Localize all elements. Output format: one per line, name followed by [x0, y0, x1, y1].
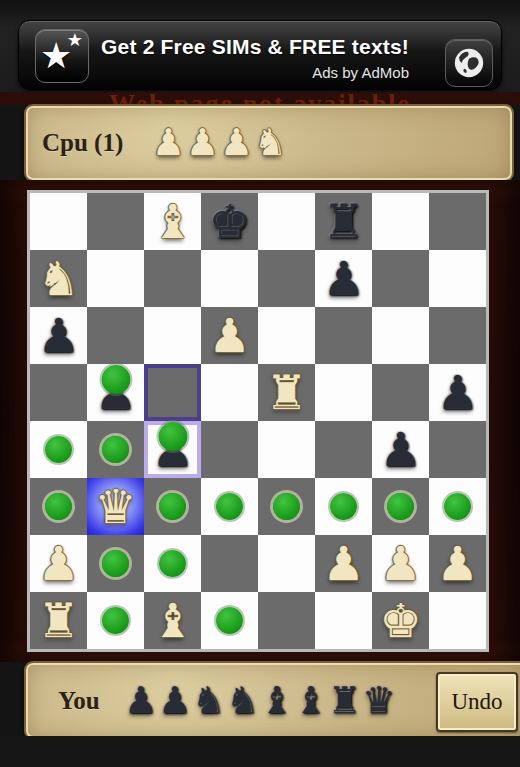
square-a3[interactable]: [30, 478, 87, 535]
cpu-captured-tray: Cpu (1) ♟♟♟♞: [24, 104, 514, 182]
app-screen: ★ ★ Get 2 Free SIMs & FREE texts! Ads by…: [0, 0, 520, 767]
legal-move-dot: [273, 493, 300, 520]
piece-white-bishop: ♝: [151, 193, 193, 250]
legal-move-dot: [216, 493, 243, 520]
square-e8[interactable]: [258, 193, 315, 250]
capture-target-dot: [158, 422, 187, 451]
square-e5[interactable]: ♜: [258, 364, 315, 421]
globe-svg: [452, 46, 486, 80]
piece-white-rook: ♜: [265, 364, 307, 421]
square-e3[interactable]: [258, 478, 315, 535]
square-g3[interactable]: [372, 478, 429, 535]
square-h3[interactable]: [429, 478, 486, 535]
square-b7[interactable]: [87, 250, 144, 307]
square-b5[interactable]: ♟: [87, 364, 144, 421]
piece-white-pawn: ♟: [219, 123, 253, 163]
undo-button[interactable]: Undo: [436, 672, 518, 732]
square-d6[interactable]: ♟: [201, 307, 258, 364]
piece-white-king: ♚: [379, 592, 421, 649]
chess-board: ♝♚♜♞♟♟♟♟♜♟♟♟♛♟♟♟♟♜♝♚: [27, 190, 489, 652]
square-e4[interactable]: [258, 421, 315, 478]
piece-black-pawn: ♟: [436, 364, 478, 421]
square-g1[interactable]: ♚: [372, 592, 429, 649]
legal-move-dot: [102, 550, 129, 577]
legal-move-dot: [159, 550, 186, 577]
square-a1[interactable]: ♜: [30, 592, 87, 649]
piece-white-rook: ♜: [37, 592, 79, 649]
square-c1[interactable]: ♝: [144, 592, 201, 649]
piece-black-rook: ♜: [322, 193, 364, 250]
square-f6[interactable]: [315, 307, 372, 364]
piece-black-rook: ♜: [328, 681, 362, 721]
square-h8[interactable]: [429, 193, 486, 250]
piece-white-pawn: ♟: [208, 307, 250, 364]
piece-white-pawn: ♟: [185, 123, 219, 163]
square-b3[interactable]: ♛: [87, 478, 144, 535]
piece-white-pawn: ♟: [37, 535, 79, 592]
legal-move-dot: [102, 607, 129, 634]
cpu-label: Cpu (1): [42, 129, 123, 157]
piece-white-pawn: ♟: [436, 535, 478, 592]
legal-move-dot: [216, 607, 243, 634]
square-b8[interactable]: [87, 193, 144, 250]
piece-black-pawn: ♟: [37, 307, 79, 364]
square-h5[interactable]: ♟: [429, 364, 486, 421]
square-d5[interactable]: [201, 364, 258, 421]
piece-white-pawn: ♟: [379, 535, 421, 592]
square-a6[interactable]: ♟: [30, 307, 87, 364]
square-d2[interactable]: [201, 535, 258, 592]
square-c3[interactable]: [144, 478, 201, 535]
square-g8[interactable]: [372, 193, 429, 250]
square-a4[interactable]: [30, 421, 87, 478]
square-a2[interactable]: ♟: [30, 535, 87, 592]
piece-white-pawn: ♟: [151, 123, 185, 163]
piece-black-king: ♚: [208, 193, 250, 250]
you-label: You: [58, 687, 100, 715]
square-f5[interactable]: [315, 364, 372, 421]
square-b6[interactable]: [87, 307, 144, 364]
square-g7[interactable]: [372, 250, 429, 307]
piece-black-pawn: ♟: [379, 421, 421, 478]
square-g2[interactable]: ♟: [372, 535, 429, 592]
square-d1[interactable]: [201, 592, 258, 649]
piece-white-knight: ♞: [37, 250, 79, 307]
cpu-captured-pieces: ♟♟♟♞: [151, 123, 287, 163]
square-d4[interactable]: [201, 421, 258, 478]
piece-black-queen: ♛: [362, 681, 396, 721]
bottom-strip: [0, 736, 520, 767]
square-h4[interactable]: [429, 421, 486, 478]
ad-title: Get 2 Free SIMs & FREE texts!: [101, 35, 409, 59]
square-c4[interactable]: ♟: [144, 421, 201, 478]
square-g5[interactable]: [372, 364, 429, 421]
piece-black-pawn: ♟: [322, 250, 364, 307]
legal-move-dot: [387, 493, 414, 520]
square-g6[interactable]: [372, 307, 429, 364]
square-f1[interactable]: [315, 592, 372, 649]
ad-attribution: Ads by AdMob: [312, 64, 409, 81]
piece-white-knight: ♞: [253, 123, 287, 163]
legal-move-dot: [102, 436, 129, 463]
square-e6[interactable]: [258, 307, 315, 364]
square-e2[interactable]: [258, 535, 315, 592]
star-small-glyph: ★: [67, 31, 83, 49]
square-c6[interactable]: [144, 307, 201, 364]
piece-white-queen: ♛: [94, 478, 136, 535]
square-d8[interactable]: ♚: [201, 193, 258, 250]
square-c8[interactable]: ♝: [144, 193, 201, 250]
square-e1[interactable]: [258, 592, 315, 649]
you-captured-pieces: ♟♟♞♞♝♝♜♛: [124, 681, 396, 721]
legal-move-dot: [45, 493, 72, 520]
square-c7[interactable]: [144, 250, 201, 307]
square-h7[interactable]: [429, 250, 486, 307]
square-d7[interactable]: [201, 250, 258, 307]
square-a5[interactable]: [30, 364, 87, 421]
square-b1[interactable]: [87, 592, 144, 649]
undo-button-label: Undo: [451, 689, 502, 715]
square-f3[interactable]: [315, 478, 372, 535]
piece-black-bishop: ♝: [260, 681, 294, 721]
square-f2[interactable]: ♟: [315, 535, 372, 592]
legal-move-dot: [45, 436, 72, 463]
piece-black-knight: ♞: [226, 681, 260, 721]
square-f8[interactable]: ♜: [315, 193, 372, 250]
square-d3[interactable]: [201, 478, 258, 535]
square-f4[interactable]: [315, 421, 372, 478]
square-h2[interactable]: ♟: [429, 535, 486, 592]
capture-target-dot: [101, 365, 130, 394]
square-h1[interactable]: [429, 592, 486, 649]
piece-black-pawn: ♟: [124, 681, 158, 721]
globe-icon[interactable]: [445, 39, 493, 87]
piece-white-pawn: ♟: [322, 535, 364, 592]
square-h6[interactable]: [429, 307, 486, 364]
square-b4[interactable]: [87, 421, 144, 478]
piece-white-bishop: ♝: [151, 592, 193, 649]
piece-black-knight: ♞: [192, 681, 226, 721]
ad-banner[interactable]: ★ ★ Get 2 Free SIMs & FREE texts! Ads by…: [18, 20, 502, 90]
piece-black-bishop: ♝: [294, 681, 328, 721]
square-c2[interactable]: [144, 535, 201, 592]
stars-icon: ★ ★: [35, 29, 89, 83]
ad-strip: ★ ★ Get 2 Free SIMs & FREE texts! Ads by…: [0, 0, 520, 92]
legal-move-dot: [330, 493, 357, 520]
square-a8[interactable]: [30, 193, 87, 250]
legal-move-dot: [159, 493, 186, 520]
you-captured-tray: You ♟♟♞♞♝♝♜♛ Undo: [24, 661, 520, 740]
square-e7[interactable]: [258, 250, 315, 307]
piece-black-pawn: ♟: [158, 681, 192, 721]
square-b2[interactable]: [87, 535, 144, 592]
square-f7[interactable]: ♟: [315, 250, 372, 307]
square-c5[interactable]: [144, 364, 201, 421]
legal-move-dot: [444, 493, 471, 520]
square-g4[interactable]: ♟: [372, 421, 429, 478]
square-a7[interactable]: ♞: [30, 250, 87, 307]
